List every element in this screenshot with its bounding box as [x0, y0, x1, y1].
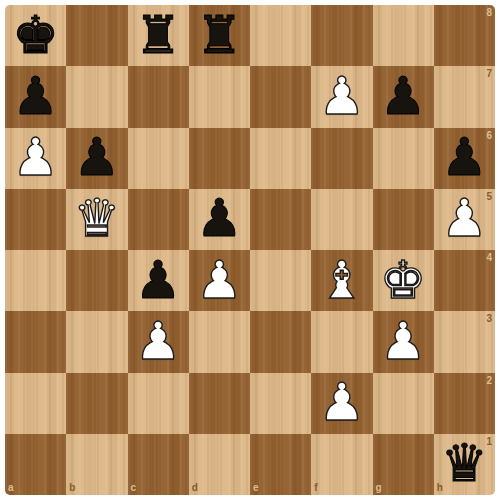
- piece-black-queen[interactable]: ♛: [441, 437, 488, 489]
- board-frame: ♚♜♜8♟♟♟7♟♟6♟♛♟5♟♟♟♝♚4♟♟3♟2abcdefg1h♛: [0, 0, 500, 500]
- square-a3[interactable]: [5, 311, 66, 372]
- coord-file-e: e: [253, 483, 259, 493]
- square-c4[interactable]: ♟: [128, 250, 189, 311]
- piece-white-pawn[interactable]: ♟: [196, 254, 243, 306]
- square-c1[interactable]: c: [128, 434, 189, 495]
- square-h6[interactable]: 6♟: [434, 128, 495, 189]
- square-g8[interactable]: [373, 5, 434, 66]
- square-f6[interactable]: [311, 128, 372, 189]
- square-a2[interactable]: [5, 373, 66, 434]
- square-d3[interactable]: [189, 311, 250, 372]
- square-d7[interactable]: [189, 66, 250, 127]
- square-b8[interactable]: [66, 5, 127, 66]
- square-e3[interactable]: [250, 311, 311, 372]
- square-h5[interactable]: 5♟: [434, 189, 495, 250]
- square-e6[interactable]: [250, 128, 311, 189]
- square-f5[interactable]: [311, 189, 372, 250]
- square-a8[interactable]: ♚: [5, 5, 66, 66]
- square-a6[interactable]: ♟: [5, 128, 66, 189]
- square-c3[interactable]: ♟: [128, 311, 189, 372]
- coord-file-d: d: [192, 483, 198, 493]
- square-a5[interactable]: [5, 189, 66, 250]
- square-h1[interactable]: 1h♛: [434, 434, 495, 495]
- piece-black-pawn[interactable]: ♟: [12, 70, 59, 122]
- piece-black-king[interactable]: ♚: [12, 9, 59, 61]
- square-d2[interactable]: [189, 373, 250, 434]
- coord-file-a: a: [8, 483, 14, 493]
- square-d6[interactable]: [189, 128, 250, 189]
- coord-rank-7: 7: [486, 69, 492, 79]
- square-f2[interactable]: ♟: [311, 373, 372, 434]
- coord-file-c: c: [131, 483, 137, 493]
- piece-black-rook[interactable]: ♜: [196, 9, 243, 61]
- piece-white-pawn[interactable]: ♟: [12, 131, 59, 183]
- square-e7[interactable]: [250, 66, 311, 127]
- chess-board: ♚♜♜8♟♟♟7♟♟6♟♛♟5♟♟♟♝♚4♟♟3♟2abcdefg1h♛: [5, 5, 495, 495]
- coord-rank-3: 3: [486, 314, 492, 324]
- square-h7[interactable]: 7: [434, 66, 495, 127]
- square-b1[interactable]: b: [66, 434, 127, 495]
- piece-white-bishop[interactable]: ♝: [319, 254, 366, 306]
- piece-black-pawn[interactable]: ♟: [441, 131, 488, 183]
- square-b3[interactable]: [66, 311, 127, 372]
- square-f8[interactable]: [311, 5, 372, 66]
- square-h2[interactable]: 2: [434, 373, 495, 434]
- square-c5[interactable]: [128, 189, 189, 250]
- piece-white-pawn[interactable]: ♟: [380, 315, 427, 367]
- square-f3[interactable]: [311, 311, 372, 372]
- square-c7[interactable]: [128, 66, 189, 127]
- square-b2[interactable]: [66, 373, 127, 434]
- piece-white-queen[interactable]: ♛: [74, 192, 121, 244]
- square-g3[interactable]: ♟: [373, 311, 434, 372]
- square-h8[interactable]: 8: [434, 5, 495, 66]
- coord-file-b: b: [69, 483, 75, 493]
- square-a1[interactable]: a: [5, 434, 66, 495]
- square-g2[interactable]: [373, 373, 434, 434]
- square-a7[interactable]: ♟: [5, 66, 66, 127]
- square-g5[interactable]: [373, 189, 434, 250]
- coord-rank-4: 4: [486, 253, 492, 263]
- square-e5[interactable]: [250, 189, 311, 250]
- coord-file-g: g: [376, 483, 382, 493]
- square-h3[interactable]: 3: [434, 311, 495, 372]
- square-g7[interactable]: ♟: [373, 66, 434, 127]
- piece-white-pawn[interactable]: ♟: [319, 70, 366, 122]
- square-c6[interactable]: [128, 128, 189, 189]
- square-a4[interactable]: [5, 250, 66, 311]
- square-d8[interactable]: ♜: [189, 5, 250, 66]
- square-d5[interactable]: ♟: [189, 189, 250, 250]
- square-h4[interactable]: 4: [434, 250, 495, 311]
- square-b5[interactable]: ♛: [66, 189, 127, 250]
- piece-black-pawn[interactable]: ♟: [196, 192, 243, 244]
- piece-white-pawn[interactable]: ♟: [319, 376, 366, 428]
- coord-rank-2: 2: [486, 376, 492, 386]
- square-g4[interactable]: ♚: [373, 250, 434, 311]
- square-e1[interactable]: e: [250, 434, 311, 495]
- piece-black-pawn[interactable]: ♟: [380, 70, 427, 122]
- square-f7[interactable]: ♟: [311, 66, 372, 127]
- piece-black-rook[interactable]: ♜: [135, 9, 182, 61]
- square-e2[interactable]: [250, 373, 311, 434]
- square-b6[interactable]: ♟: [66, 128, 127, 189]
- piece-white-pawn[interactable]: ♟: [441, 192, 488, 244]
- piece-white-pawn[interactable]: ♟: [135, 315, 182, 367]
- square-c8[interactable]: ♜: [128, 5, 189, 66]
- square-d4[interactable]: ♟: [189, 250, 250, 311]
- square-e8[interactable]: [250, 5, 311, 66]
- coord-file-f: f: [314, 483, 317, 493]
- square-g6[interactable]: [373, 128, 434, 189]
- square-d1[interactable]: d: [189, 434, 250, 495]
- coord-rank-8: 8: [486, 8, 492, 18]
- piece-white-king[interactable]: ♚: [380, 254, 427, 306]
- square-c2[interactable]: [128, 373, 189, 434]
- piece-black-pawn[interactable]: ♟: [135, 254, 182, 306]
- square-g1[interactable]: g: [373, 434, 434, 495]
- square-f4[interactable]: ♝: [311, 250, 372, 311]
- square-b7[interactable]: [66, 66, 127, 127]
- square-b4[interactable]: [66, 250, 127, 311]
- piece-black-pawn[interactable]: ♟: [74, 131, 121, 183]
- square-f1[interactable]: f: [311, 434, 372, 495]
- square-e4[interactable]: [250, 250, 311, 311]
